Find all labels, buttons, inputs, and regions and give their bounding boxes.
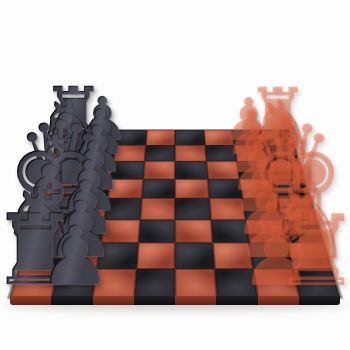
red-rook-h1[interactable]: ♜ <box>271 201 350 300</box>
black-pawn-h7[interactable]: ♟ <box>38 215 111 297</box>
chess-set-photo: ♜♟♟♜♞♟♟♞♝♟♟♝♛♟♟♛♚♟♟♚♝♟♟♝♞♟♟♞♜♟♟♜ <box>0 0 350 350</box>
pieces-layer: ♜♟♟♜♞♟♟♞♝♟♟♝♛♟♟♛♚♟♟♚♝♟♟♝♞♟♟♞♜♟♟♜ <box>0 0 350 350</box>
